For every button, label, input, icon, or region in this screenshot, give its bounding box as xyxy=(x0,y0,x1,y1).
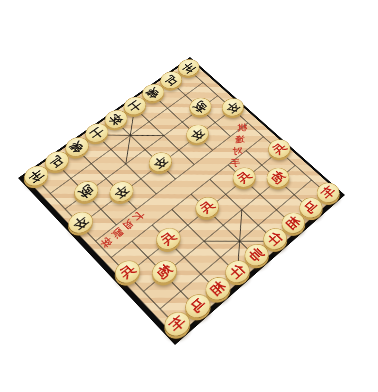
piece-character: 象 xyxy=(68,139,87,155)
piece-character: 将 xyxy=(107,112,125,127)
piece-character: 马 xyxy=(47,153,66,169)
piece-character: 卒 xyxy=(224,100,242,115)
river-character: 逢 xyxy=(234,134,246,145)
piece-character: 兵 xyxy=(158,230,178,248)
piece-character: 车 xyxy=(180,61,197,75)
piece-character: 仕 xyxy=(228,262,248,280)
piece-character: 炮 xyxy=(191,99,209,114)
board-grid xyxy=(18,57,345,345)
piece-character: 相 xyxy=(284,215,303,232)
piece-character: 帅 xyxy=(247,246,267,264)
piece-character: 车 xyxy=(26,168,45,184)
piece-character: 车 xyxy=(167,314,188,334)
piece-character: 炮 xyxy=(77,183,96,200)
xiangqi-board: 将遇良才 棋逢对手 车马象士炮卒将士卒象兵马卒车兵炮炮卒车兵马卒相兵仕帅兵炮仕相… xyxy=(18,57,345,345)
piece-character: 马 xyxy=(188,296,209,315)
piece-character: 炮 xyxy=(269,170,288,186)
piece-character: 炮 xyxy=(154,262,174,281)
river-character: 对 xyxy=(231,146,243,157)
piece-character: 卒 xyxy=(188,126,206,141)
piece-character: 卒 xyxy=(71,214,91,232)
piece-character: 马 xyxy=(301,199,320,216)
piece-character: 士 xyxy=(126,99,144,114)
piece-character: 卒 xyxy=(151,154,170,170)
photo-background: 将遇良才 棋逢对手 车马象士炮卒将士卒象兵马卒车兵炮炮卒车兵马卒相兵仕帅兵炮仕相… xyxy=(0,0,378,392)
piece-character: 相 xyxy=(208,279,228,298)
piece-character: 象 xyxy=(144,86,162,100)
piece-character: 士 xyxy=(88,125,107,140)
piece-character: 仕 xyxy=(265,230,284,248)
piece-character: 兵 xyxy=(270,141,288,156)
piece-character: 兵 xyxy=(235,169,254,185)
river-character: 棋 xyxy=(236,123,248,134)
piece-character: 兵 xyxy=(117,263,137,282)
piece-character: 马 xyxy=(162,73,180,87)
piece-character: 兵 xyxy=(198,199,217,216)
piece-character: 卒 xyxy=(112,183,131,200)
piece-character: 车 xyxy=(319,185,338,201)
